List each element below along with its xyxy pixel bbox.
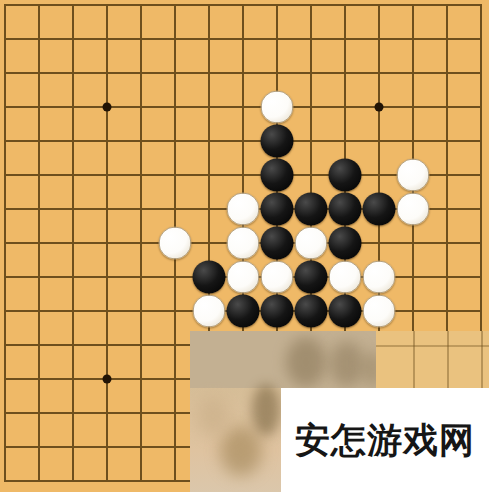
- white-stone: [193, 295, 226, 328]
- black-stone: [295, 193, 328, 226]
- black-stone: [261, 295, 294, 328]
- black-stone: [227, 295, 260, 328]
- watermark-box: 安怎游戏网: [281, 388, 489, 492]
- black-stone: [329, 227, 362, 260]
- black-stone: [261, 159, 294, 192]
- white-stone: [227, 261, 260, 294]
- white-stone: [227, 227, 260, 260]
- blur-smudge: [286, 337, 326, 387]
- white-stone: [397, 193, 430, 226]
- faint-grid-line: [413, 331, 415, 388]
- black-stone: [329, 193, 362, 226]
- white-stone: [397, 159, 430, 192]
- blur-smudge: [220, 426, 262, 476]
- black-stone: [261, 125, 294, 158]
- black-stone: [329, 159, 362, 192]
- blur-smudge: [198, 396, 228, 436]
- blur-washed-board-patch: [376, 331, 489, 388]
- black-stone: [261, 227, 294, 260]
- star-point: [103, 103, 112, 112]
- white-stone: [329, 261, 362, 294]
- black-stone: [363, 193, 396, 226]
- blur-smudge: [252, 384, 280, 436]
- black-stone: [329, 295, 362, 328]
- black-stone: [193, 261, 226, 294]
- star-point: [103, 375, 112, 384]
- white-stone: [261, 91, 294, 124]
- watermark-site-name: 安怎游戏网: [295, 423, 475, 458]
- white-stone: [227, 193, 260, 226]
- board-screenshot: 安怎游戏网: [0, 0, 489, 492]
- white-stone: [295, 227, 328, 260]
- white-stone: [261, 261, 294, 294]
- star-point: [375, 103, 384, 112]
- black-stone: [261, 193, 294, 226]
- white-stone: [363, 261, 396, 294]
- blur-bottom-left-column: [190, 388, 281, 492]
- white-stone: [159, 227, 192, 260]
- faint-grid-line: [447, 331, 449, 388]
- faint-grid-line: [481, 331, 483, 388]
- black-stone: [295, 261, 328, 294]
- white-stone: [363, 295, 396, 328]
- black-stone: [295, 295, 328, 328]
- blur-smudge: [330, 341, 364, 387]
